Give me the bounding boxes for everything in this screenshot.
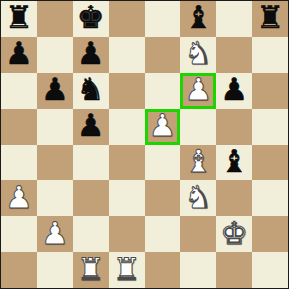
square-b4[interactable]: [37, 145, 73, 181]
square-d3[interactable]: [109, 180, 145, 216]
square-a6[interactable]: [1, 73, 37, 109]
square-a3[interactable]: ♟: [1, 180, 37, 216]
square-b5[interactable]: [37, 109, 73, 145]
square-g4[interactable]: ♝: [216, 145, 252, 181]
black-rook[interactable]: ♜: [256, 2, 284, 33]
square-c3[interactable]: [73, 180, 109, 216]
white-king[interactable]: ♚: [220, 218, 248, 249]
square-d2[interactable]: [109, 216, 145, 252]
square-e2[interactable]: [145, 216, 181, 252]
square-b6[interactable]: ♟: [37, 73, 73, 109]
black-pawn[interactable]: ♟: [41, 74, 69, 105]
square-e4[interactable]: [145, 145, 181, 181]
square-f7[interactable]: ♞: [180, 37, 216, 73]
square-d5[interactable]: [109, 109, 145, 145]
black-rook[interactable]: ♜: [5, 2, 33, 33]
square-h8[interactable]: ♜: [252, 1, 288, 37]
square-c2[interactable]: [73, 216, 109, 252]
white-bishop[interactable]: ♝: [184, 146, 212, 177]
square-e1[interactable]: [145, 252, 181, 288]
square-d4[interactable]: [109, 145, 145, 181]
square-d1[interactable]: ♜: [109, 252, 145, 288]
square-h5[interactable]: [252, 109, 288, 145]
square-a2[interactable]: [1, 216, 37, 252]
black-pawn[interactable]: ♟: [5, 38, 33, 69]
square-b2[interactable]: ♟: [37, 216, 73, 252]
square-h7[interactable]: [252, 37, 288, 73]
square-a8[interactable]: ♜: [1, 1, 37, 37]
square-c1[interactable]: ♜: [73, 252, 109, 288]
black-bishop[interactable]: ♝: [220, 146, 248, 177]
chess-board-wrapper: ♜♚♝♜♟♟♞♟♞♟♟♟♟♝♝♟♞♟♚♜♜: [0, 0, 289, 289]
black-knight[interactable]: ♞: [77, 74, 105, 105]
square-f1[interactable]: [180, 252, 216, 288]
white-pawn[interactable]: ♟: [184, 74, 212, 105]
square-f5[interactable]: [180, 109, 216, 145]
square-a1[interactable]: [1, 252, 37, 288]
square-f4[interactable]: ♝: [180, 145, 216, 181]
square-a5[interactable]: [1, 109, 37, 145]
square-b8[interactable]: [37, 1, 73, 37]
square-g3[interactable]: [216, 180, 252, 216]
square-e6[interactable]: [145, 73, 181, 109]
square-e5[interactable]: ♟: [145, 109, 181, 145]
square-c8[interactable]: ♚: [73, 1, 109, 37]
square-f6[interactable]: ♟: [180, 73, 216, 109]
square-e8[interactable]: [145, 1, 181, 37]
square-h4[interactable]: [252, 145, 288, 181]
square-h2[interactable]: [252, 216, 288, 252]
white-knight[interactable]: ♞: [184, 182, 212, 213]
black-bishop[interactable]: ♝: [184, 2, 212, 33]
square-g7[interactable]: [216, 37, 252, 73]
square-f8[interactable]: ♝: [180, 1, 216, 37]
square-h6[interactable]: [252, 73, 288, 109]
square-d7[interactable]: [109, 37, 145, 73]
square-g2[interactable]: ♚: [216, 216, 252, 252]
square-h1[interactable]: [252, 252, 288, 288]
black-pawn[interactable]: ♟: [220, 74, 248, 105]
square-h3[interactable]: [252, 180, 288, 216]
square-f2[interactable]: [180, 216, 216, 252]
square-e7[interactable]: [145, 37, 181, 73]
square-g5[interactable]: [216, 109, 252, 145]
black-pawn[interactable]: ♟: [77, 38, 105, 69]
square-c7[interactable]: ♟: [73, 37, 109, 73]
white-rook[interactable]: ♜: [77, 254, 105, 285]
square-e3[interactable]: [145, 180, 181, 216]
black-king[interactable]: ♚: [77, 2, 105, 33]
square-b3[interactable]: [37, 180, 73, 216]
square-a7[interactable]: ♟: [1, 37, 37, 73]
square-d6[interactable]: [109, 73, 145, 109]
square-c6[interactable]: ♞: [73, 73, 109, 109]
black-pawn[interactable]: ♟: [77, 110, 105, 141]
square-b7[interactable]: [37, 37, 73, 73]
white-knight[interactable]: ♞: [184, 38, 212, 69]
white-pawn[interactable]: ♟: [5, 182, 33, 213]
white-pawn[interactable]: ♟: [41, 218, 69, 249]
square-b1[interactable]: [37, 252, 73, 288]
square-g6[interactable]: ♟: [216, 73, 252, 109]
square-c5[interactable]: ♟: [73, 109, 109, 145]
square-d8[interactable]: [109, 1, 145, 37]
white-rook[interactable]: ♜: [113, 254, 141, 285]
square-g8[interactable]: [216, 1, 252, 37]
chess-board[interactable]: ♜♚♝♜♟♟♞♟♞♟♟♟♟♝♝♟♞♟♚♜♜: [0, 0, 289, 289]
square-g1[interactable]: [216, 252, 252, 288]
white-pawn[interactable]: ♟: [149, 110, 177, 141]
square-a4[interactable]: [1, 145, 37, 181]
square-c4[interactable]: [73, 145, 109, 181]
square-f3[interactable]: ♞: [180, 180, 216, 216]
